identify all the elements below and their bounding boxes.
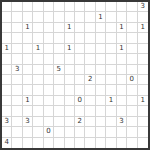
empty-cell[interactable] bbox=[23, 106, 33, 116]
empty-cell[interactable] bbox=[127, 65, 137, 75]
empty-cell[interactable] bbox=[54, 54, 64, 64]
empty-cell[interactable] bbox=[96, 65, 106, 75]
empty-cell[interactable] bbox=[33, 33, 43, 43]
empty-cell[interactable] bbox=[117, 138, 127, 148]
empty-cell[interactable] bbox=[138, 33, 148, 43]
empty-cell[interactable] bbox=[106, 85, 116, 95]
empty-cell[interactable] bbox=[117, 96, 127, 106]
empty-cell[interactable] bbox=[44, 12, 54, 22]
empty-cell[interactable] bbox=[106, 65, 116, 75]
empty-cell[interactable] bbox=[33, 85, 43, 95]
empty-cell[interactable] bbox=[117, 65, 127, 75]
empty-cell[interactable] bbox=[85, 138, 95, 148]
empty-cell[interactable] bbox=[44, 96, 54, 106]
empty-cell[interactable] bbox=[117, 85, 127, 95]
empty-cell[interactable] bbox=[85, 12, 95, 22]
empty-cell[interactable] bbox=[65, 2, 75, 12]
clue-cell: 0 bbox=[127, 75, 137, 85]
empty-cell[interactable] bbox=[23, 127, 33, 137]
empty-cell[interactable] bbox=[2, 12, 12, 22]
empty-cell[interactable] bbox=[127, 44, 137, 54]
empty-cell[interactable] bbox=[85, 44, 95, 54]
empty-cell[interactable] bbox=[96, 96, 106, 106]
empty-cell[interactable] bbox=[23, 54, 33, 64]
empty-cell[interactable] bbox=[106, 75, 116, 85]
empty-cell[interactable] bbox=[96, 127, 106, 137]
empty-cell[interactable] bbox=[106, 23, 116, 33]
clue-cell: 1 bbox=[117, 44, 127, 54]
clue-cell: 1 bbox=[23, 96, 33, 106]
empty-cell[interactable] bbox=[12, 85, 22, 95]
empty-cell[interactable] bbox=[23, 33, 33, 43]
empty-cell[interactable] bbox=[127, 96, 137, 106]
empty-cell[interactable] bbox=[117, 127, 127, 137]
empty-cell[interactable] bbox=[117, 12, 127, 22]
empty-cell[interactable] bbox=[33, 23, 43, 33]
empty-cell[interactable] bbox=[138, 138, 148, 148]
clue-cell: 3 bbox=[138, 2, 148, 12]
empty-cell[interactable] bbox=[65, 138, 75, 148]
empty-cell[interactable] bbox=[138, 65, 148, 75]
empty-cell[interactable] bbox=[65, 96, 75, 106]
empty-cell[interactable] bbox=[12, 138, 22, 148]
empty-cell[interactable] bbox=[54, 85, 64, 95]
clue-cell: 1 bbox=[96, 12, 106, 22]
empty-cell[interactable] bbox=[23, 138, 33, 148]
empty-cell[interactable] bbox=[54, 33, 64, 43]
empty-cell[interactable] bbox=[138, 75, 148, 85]
empty-cell[interactable] bbox=[54, 117, 64, 127]
empty-cell[interactable] bbox=[2, 65, 12, 75]
empty-cell[interactable] bbox=[85, 54, 95, 64]
clue-cell: 3 bbox=[117, 117, 127, 127]
empty-cell[interactable] bbox=[106, 106, 116, 116]
empty-cell[interactable] bbox=[75, 106, 85, 116]
empty-cell[interactable] bbox=[106, 12, 116, 22]
empty-cell[interactable] bbox=[12, 44, 22, 54]
empty-cell[interactable] bbox=[96, 33, 106, 43]
empty-cell[interactable] bbox=[54, 96, 64, 106]
empty-cell[interactable] bbox=[12, 2, 22, 12]
empty-cell[interactable] bbox=[44, 2, 54, 12]
empty-cell[interactable] bbox=[23, 2, 33, 12]
empty-cell[interactable] bbox=[106, 117, 116, 127]
empty-cell[interactable] bbox=[33, 117, 43, 127]
empty-cell[interactable] bbox=[12, 33, 22, 43]
clue-cell: 0 bbox=[44, 127, 54, 137]
empty-cell[interactable] bbox=[127, 54, 137, 64]
empty-cell[interactable] bbox=[75, 44, 85, 54]
empty-cell[interactable] bbox=[44, 106, 54, 116]
empty-cell[interactable] bbox=[44, 33, 54, 43]
clue-cell: 3 bbox=[23, 117, 33, 127]
empty-cell[interactable] bbox=[12, 127, 22, 137]
empty-cell[interactable] bbox=[54, 44, 64, 54]
empty-cell[interactable] bbox=[33, 75, 43, 85]
clue-cell: 1 bbox=[33, 44, 43, 54]
empty-cell[interactable] bbox=[138, 54, 148, 64]
empty-cell[interactable] bbox=[127, 85, 137, 95]
empty-cell[interactable] bbox=[96, 85, 106, 95]
empty-cell[interactable] bbox=[44, 65, 54, 75]
empty-cell[interactable] bbox=[65, 12, 75, 22]
empty-cell[interactable] bbox=[12, 96, 22, 106]
empty-cell[interactable] bbox=[85, 33, 95, 43]
empty-cell[interactable] bbox=[127, 117, 137, 127]
empty-cell[interactable] bbox=[117, 33, 127, 43]
empty-cell[interactable] bbox=[85, 23, 95, 33]
empty-cell[interactable] bbox=[54, 75, 64, 85]
clue-cell: 1 bbox=[117, 23, 127, 33]
empty-cell[interactable] bbox=[2, 75, 12, 85]
empty-cell[interactable] bbox=[54, 138, 64, 148]
empty-cell[interactable] bbox=[127, 23, 137, 33]
clue-cell: 1 bbox=[65, 23, 75, 33]
empty-cell[interactable] bbox=[75, 54, 85, 64]
empty-cell[interactable] bbox=[138, 12, 148, 22]
empty-cell[interactable] bbox=[65, 106, 75, 116]
empty-cell[interactable] bbox=[138, 127, 148, 137]
empty-cell[interactable] bbox=[54, 127, 64, 137]
empty-cell[interactable] bbox=[33, 106, 43, 116]
empty-cell[interactable] bbox=[33, 127, 43, 137]
empty-cell[interactable] bbox=[12, 106, 22, 116]
empty-cell[interactable] bbox=[96, 23, 106, 33]
empty-cell[interactable] bbox=[117, 54, 127, 64]
empty-cell[interactable] bbox=[75, 2, 85, 12]
empty-cell[interactable] bbox=[127, 106, 137, 116]
empty-cell[interactable] bbox=[12, 75, 22, 85]
clue-cell: 1 bbox=[106, 96, 116, 106]
empty-cell[interactable] bbox=[54, 106, 64, 116]
clue-cell: 1 bbox=[138, 96, 148, 106]
clue-cell: 1 bbox=[65, 44, 75, 54]
clue-cell: 1 bbox=[2, 44, 12, 54]
empty-cell[interactable] bbox=[85, 117, 95, 127]
empty-cell[interactable] bbox=[96, 117, 106, 127]
empty-cell[interactable] bbox=[127, 2, 137, 12]
empty-cell[interactable] bbox=[23, 65, 33, 75]
empty-cell[interactable] bbox=[33, 138, 43, 148]
empty-cell[interactable] bbox=[23, 85, 33, 95]
empty-cell[interactable] bbox=[127, 33, 137, 43]
empty-cell[interactable] bbox=[138, 44, 148, 54]
clue-cell: 3 bbox=[12, 65, 22, 75]
empty-cell[interactable] bbox=[44, 23, 54, 33]
empty-cell[interactable] bbox=[117, 106, 127, 116]
empty-cell[interactable] bbox=[106, 54, 116, 64]
empty-cell[interactable] bbox=[96, 2, 106, 12]
empty-cell[interactable] bbox=[65, 117, 75, 127]
clue-cell: 2 bbox=[75, 117, 85, 127]
empty-cell[interactable] bbox=[54, 12, 64, 22]
empty-cell[interactable] bbox=[12, 54, 22, 64]
empty-cell[interactable] bbox=[96, 75, 106, 85]
empty-cell[interactable] bbox=[2, 127, 12, 137]
empty-cell[interactable] bbox=[127, 127, 137, 137]
empty-cell[interactable] bbox=[75, 12, 85, 22]
empty-cell[interactable] bbox=[2, 96, 12, 106]
empty-cell[interactable] bbox=[106, 138, 116, 148]
empty-cell[interactable] bbox=[54, 2, 64, 12]
empty-cell[interactable] bbox=[23, 44, 33, 54]
empty-cell[interactable] bbox=[138, 106, 148, 116]
empty-cell[interactable] bbox=[33, 54, 43, 64]
clue-cell: 4 bbox=[2, 138, 12, 148]
empty-cell[interactable] bbox=[44, 44, 54, 54]
empty-cell[interactable] bbox=[12, 117, 22, 127]
empty-cell[interactable] bbox=[127, 12, 137, 22]
empty-cell[interactable] bbox=[44, 138, 54, 148]
empty-cell[interactable] bbox=[23, 75, 33, 85]
empty-cell[interactable] bbox=[96, 54, 106, 64]
empty-cell[interactable] bbox=[106, 127, 116, 137]
clue-cell: 1 bbox=[23, 23, 33, 33]
empty-cell[interactable] bbox=[54, 23, 64, 33]
empty-cell[interactable] bbox=[138, 117, 148, 127]
empty-cell[interactable] bbox=[33, 12, 43, 22]
empty-cell[interactable] bbox=[65, 85, 75, 95]
empty-cell[interactable] bbox=[75, 127, 85, 137]
clue-cell: 1 bbox=[138, 23, 148, 33]
empty-cell[interactable] bbox=[75, 23, 85, 33]
empty-cell[interactable] bbox=[75, 138, 85, 148]
empty-cell[interactable] bbox=[2, 23, 12, 33]
empty-cell[interactable] bbox=[85, 65, 95, 75]
empty-cell[interactable] bbox=[2, 33, 12, 43]
empty-cell[interactable] bbox=[65, 54, 75, 64]
empty-cell[interactable] bbox=[12, 23, 22, 33]
empty-cell[interactable] bbox=[65, 65, 75, 75]
empty-cell[interactable] bbox=[65, 33, 75, 43]
clue-cell: 5 bbox=[54, 65, 64, 75]
empty-cell[interactable] bbox=[75, 85, 85, 95]
empty-cell[interactable] bbox=[85, 127, 95, 137]
empty-cell[interactable] bbox=[2, 2, 12, 12]
empty-cell[interactable] bbox=[44, 117, 54, 127]
empty-cell[interactable] bbox=[65, 127, 75, 137]
empty-cell[interactable] bbox=[23, 12, 33, 22]
clue-cell: 3 bbox=[2, 117, 12, 127]
empty-cell[interactable] bbox=[127, 138, 137, 148]
empty-cell[interactable] bbox=[96, 44, 106, 54]
empty-cell[interactable] bbox=[106, 44, 116, 54]
empty-cell[interactable] bbox=[117, 2, 127, 12]
empty-cell[interactable] bbox=[106, 33, 116, 43]
empty-cell[interactable] bbox=[44, 54, 54, 64]
empty-cell[interactable] bbox=[2, 54, 12, 64]
clue-cell: 0 bbox=[75, 96, 85, 106]
empty-cell[interactable] bbox=[2, 85, 12, 95]
empty-cell[interactable] bbox=[33, 96, 43, 106]
empty-cell[interactable] bbox=[75, 65, 85, 75]
empty-cell[interactable] bbox=[117, 75, 127, 85]
clue-cell: 2 bbox=[85, 75, 95, 85]
empty-cell[interactable] bbox=[138, 85, 148, 95]
puzzle-board: 311111111135201011332304 bbox=[0, 0, 150, 150]
empty-cell[interactable] bbox=[106, 2, 116, 12]
empty-cell[interactable] bbox=[96, 106, 106, 116]
empty-cell[interactable] bbox=[12, 12, 22, 22]
empty-cell[interactable] bbox=[2, 106, 12, 116]
empty-cell[interactable] bbox=[65, 75, 75, 85]
empty-cell[interactable] bbox=[44, 75, 54, 85]
empty-cell[interactable] bbox=[33, 2, 43, 12]
empty-cell[interactable] bbox=[75, 75, 85, 85]
empty-cell[interactable] bbox=[85, 96, 95, 106]
empty-cell[interactable] bbox=[85, 106, 95, 116]
empty-cell[interactable] bbox=[75, 33, 85, 43]
empty-cell[interactable] bbox=[85, 2, 95, 12]
empty-cell[interactable] bbox=[96, 138, 106, 148]
empty-cell[interactable] bbox=[44, 85, 54, 95]
empty-cell[interactable] bbox=[85, 85, 95, 95]
empty-cell[interactable] bbox=[33, 65, 43, 75]
